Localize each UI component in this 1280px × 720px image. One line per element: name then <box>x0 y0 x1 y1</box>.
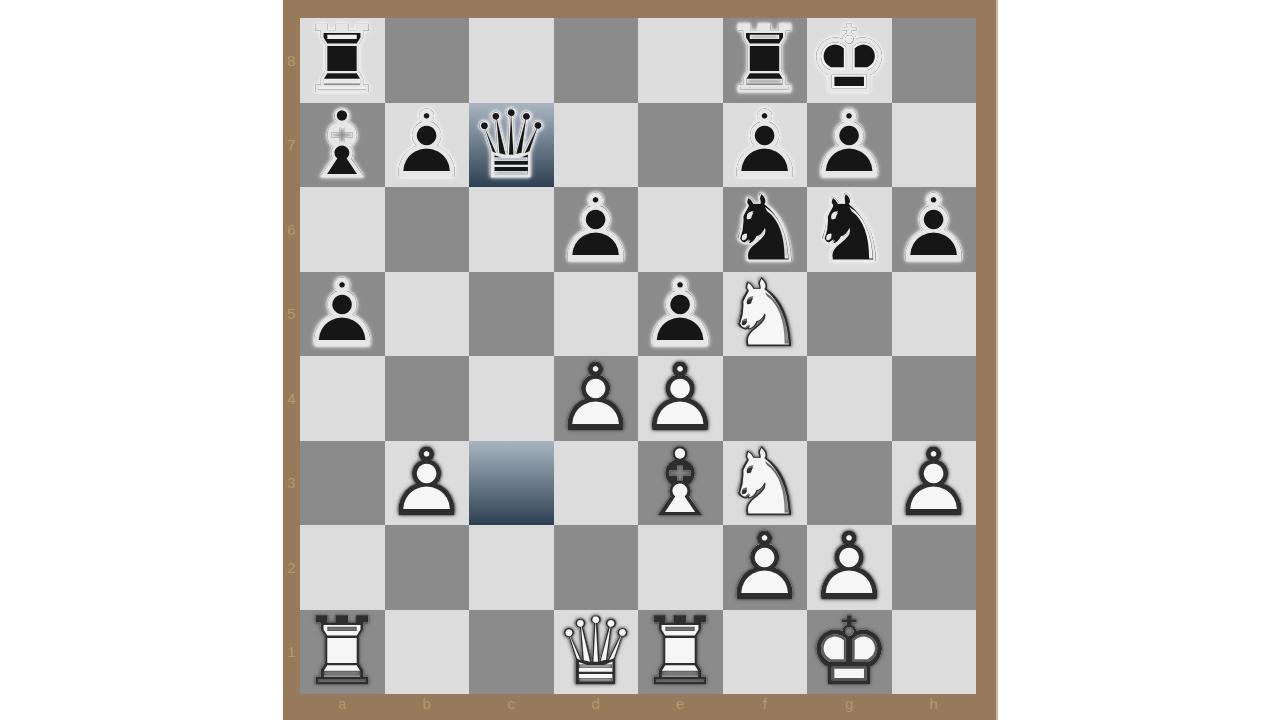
square-e4[interactable]: ♟♙ <box>638 356 723 441</box>
white-knight-detail: ♘ <box>723 441 808 526</box>
white-rook-detail: ♖ <box>300 610 385 695</box>
square-h4[interactable] <box>892 356 977 441</box>
rank-label-2: 2 <box>283 525 300 610</box>
square-c3[interactable] <box>469 441 554 526</box>
square-f4[interactable] <box>723 356 808 441</box>
square-f2[interactable]: ♟♙ <box>723 525 808 610</box>
black-king-g8[interactable]: ♚♔ <box>807 18 892 103</box>
white-pawn-glyph: ♟ <box>807 525 892 610</box>
square-c1[interactable] <box>469 610 554 695</box>
file-label-a: a <box>300 694 385 720</box>
square-b4[interactable] <box>385 356 470 441</box>
square-d8[interactable] <box>554 18 639 103</box>
black-pawn-h6[interactable]: ♟♙ <box>892 187 977 272</box>
black-pawn-detail: ♙ <box>723 103 808 188</box>
square-b6[interactable] <box>385 187 470 272</box>
rank-label-6: 6 <box>283 187 300 272</box>
black-pawn-glyph: ♟ <box>300 272 385 357</box>
square-b1[interactable] <box>385 610 470 695</box>
white-knight-glyph: ♞ <box>723 441 808 526</box>
black-pawn-glyph: ♟ <box>807 103 892 188</box>
rank-label-1: 1 <box>283 610 300 695</box>
square-f7[interactable]: ♟♙ <box>723 103 808 188</box>
square-e8[interactable] <box>638 18 723 103</box>
square-h5[interactable] <box>892 272 977 357</box>
square-c4[interactable] <box>469 356 554 441</box>
square-h1[interactable] <box>892 610 977 695</box>
white-knight-glyph: ♞ <box>723 272 808 357</box>
square-d6[interactable]: ♟♙ <box>554 187 639 272</box>
white-pawn-g2[interactable]: ♟♙ <box>807 525 892 610</box>
square-h6[interactable]: ♟♙ <box>892 187 977 272</box>
black-pawn-detail: ♙ <box>554 187 639 272</box>
square-d1[interactable]: ♛♕ <box>554 610 639 695</box>
square-a8[interactable]: ♜♖ <box>300 18 385 103</box>
black-pawn-f7[interactable]: ♟♙ <box>723 103 808 188</box>
black-knight-detail: ♘ <box>723 187 808 272</box>
square-b8[interactable] <box>385 18 470 103</box>
black-pawn-detail: ♙ <box>385 103 470 188</box>
white-bishop-glyph: ♝ <box>638 441 723 526</box>
file-label-e: e <box>638 694 723 720</box>
white-knight-f5[interactable]: ♞♘ <box>723 272 808 357</box>
square-e2[interactable] <box>638 525 723 610</box>
black-rook-detail: ♖ <box>300 18 385 103</box>
black-rook-glyph: ♜ <box>723 18 808 103</box>
white-king-detail: ♔ <box>807 610 892 695</box>
square-f8[interactable]: ♜♖ <box>723 18 808 103</box>
white-pawn-detail: ♙ <box>638 356 723 441</box>
black-pawn-detail: ♙ <box>638 272 723 357</box>
white-queen-d1[interactable]: ♛♕ <box>554 610 639 695</box>
square-a6[interactable] <box>300 187 385 272</box>
square-a3[interactable] <box>300 441 385 526</box>
white-bishop-detail: ♗ <box>638 441 723 526</box>
square-f5[interactable]: ♞♘ <box>723 272 808 357</box>
square-h3[interactable]: ♟♙ <box>892 441 977 526</box>
white-king-g1[interactable]: ♚♔ <box>807 610 892 695</box>
square-f1[interactable] <box>723 610 808 695</box>
file-label-f: f <box>723 694 808 720</box>
black-queen-glyph: ♛ <box>469 103 554 188</box>
white-rook-glyph: ♜ <box>300 610 385 695</box>
black-pawn-detail: ♙ <box>300 272 385 357</box>
square-e6[interactable] <box>638 187 723 272</box>
rank-label-5: 5 <box>283 272 300 357</box>
white-knight-f3[interactable]: ♞♘ <box>723 441 808 526</box>
square-g2[interactable]: ♟♙ <box>807 525 892 610</box>
black-bishop-a7[interactable]: ♝♗ <box>300 103 385 188</box>
square-a4[interactable] <box>300 356 385 441</box>
rank-label-8: 8 <box>283 18 300 103</box>
square-d2[interactable] <box>554 525 639 610</box>
white-rook-e1[interactable]: ♜♖ <box>638 610 723 695</box>
black-pawn-glyph: ♟ <box>723 103 808 188</box>
white-pawn-detail: ♙ <box>554 356 639 441</box>
square-a2[interactable] <box>300 525 385 610</box>
black-pawn-a5[interactable]: ♟♙ <box>300 272 385 357</box>
black-pawn-g7[interactable]: ♟♙ <box>807 103 892 188</box>
file-label-c: c <box>469 694 554 720</box>
white-pawn-glyph: ♟ <box>554 356 639 441</box>
square-b2[interactable] <box>385 525 470 610</box>
black-pawn-d6[interactable]: ♟♙ <box>554 187 639 272</box>
square-d7[interactable] <box>554 103 639 188</box>
black-knight-glyph: ♞ <box>807 187 892 272</box>
square-h2[interactable] <box>892 525 977 610</box>
white-king-glyph: ♚ <box>807 610 892 695</box>
black-pawn-glyph: ♟ <box>638 272 723 357</box>
square-b3[interactable]: ♟♙ <box>385 441 470 526</box>
black-knight-f6[interactable]: ♞♘ <box>723 187 808 272</box>
square-g7[interactable]: ♟♙ <box>807 103 892 188</box>
square-g3[interactable] <box>807 441 892 526</box>
square-g8[interactable]: ♚♔ <box>807 18 892 103</box>
square-d5[interactable] <box>554 272 639 357</box>
square-g1[interactable]: ♚♔ <box>807 610 892 695</box>
white-pawn-glyph: ♟ <box>638 356 723 441</box>
white-queen-glyph: ♛ <box>554 610 639 695</box>
square-b7[interactable]: ♟♙ <box>385 103 470 188</box>
black-rook-glyph: ♜ <box>300 18 385 103</box>
white-pawn-h3[interactable]: ♟♙ <box>892 441 977 526</box>
file-label-d: d <box>554 694 639 720</box>
square-f6[interactable]: ♞♘ <box>723 187 808 272</box>
white-pawn-glyph: ♟ <box>723 525 808 610</box>
square-g6[interactable]: ♞♘ <box>807 187 892 272</box>
rank-label-3: 3 <box>283 441 300 526</box>
square-c8[interactable] <box>469 18 554 103</box>
black-rook-a8[interactable]: ♜♖ <box>300 18 385 103</box>
white-pawn-detail: ♙ <box>892 441 977 526</box>
square-e7[interactable] <box>638 103 723 188</box>
black-pawn-detail: ♙ <box>807 103 892 188</box>
black-rook-detail: ♖ <box>723 18 808 103</box>
rank-label-7: 7 <box>283 103 300 188</box>
white-pawn-detail: ♙ <box>807 525 892 610</box>
black-pawn-glyph: ♟ <box>554 187 639 272</box>
square-e3[interactable]: ♝♗ <box>638 441 723 526</box>
white-pawn-d4[interactable]: ♟♙ <box>554 356 639 441</box>
white-queen-detail: ♕ <box>554 610 639 695</box>
white-rook-glyph: ♜ <box>638 610 723 695</box>
square-h8[interactable] <box>892 18 977 103</box>
white-pawn-b3[interactable]: ♟♙ <box>385 441 470 526</box>
rank-label-4: 4 <box>283 356 300 441</box>
black-knight-detail: ♘ <box>807 187 892 272</box>
file-label-h: h <box>892 694 977 720</box>
black-pawn-glyph: ♟ <box>892 187 977 272</box>
file-label-g: g <box>807 694 892 720</box>
white-rook-detail: ♖ <box>638 610 723 695</box>
white-pawn-glyph: ♟ <box>892 441 977 526</box>
square-c7[interactable]: ♛♕ <box>469 103 554 188</box>
square-b5[interactable] <box>385 272 470 357</box>
black-queen-detail: ♕ <box>469 103 554 188</box>
chessboard-frame: ♜♖♜♖♚♔♝♗♟♙♛♕♟♙♟♙♟♙♞♘♞♘♟♙♟♙♟♙♞♘♟♙♟♙♟♙♝♗♞♘… <box>283 0 998 720</box>
square-e5[interactable]: ♟♙ <box>638 272 723 357</box>
black-knight-glyph: ♞ <box>723 187 808 272</box>
square-e1[interactable]: ♜♖ <box>638 610 723 695</box>
square-h7[interactable] <box>892 103 977 188</box>
square-f3[interactable]: ♞♘ <box>723 441 808 526</box>
square-c6[interactable] <box>469 187 554 272</box>
white-knight-detail: ♘ <box>723 272 808 357</box>
rank-labels: 87654321 <box>283 18 300 694</box>
square-a5[interactable]: ♟♙ <box>300 272 385 357</box>
black-pawn-detail: ♙ <box>892 187 977 272</box>
square-g5[interactable] <box>807 272 892 357</box>
file-label-b: b <box>385 694 470 720</box>
white-pawn-f2[interactable]: ♟♙ <box>723 525 808 610</box>
white-pawn-e4[interactable]: ♟♙ <box>638 356 723 441</box>
square-a7[interactable]: ♝♗ <box>300 103 385 188</box>
black-king-detail: ♔ <box>807 18 892 103</box>
square-d3[interactable] <box>554 441 639 526</box>
white-pawn-glyph: ♟ <box>385 441 470 526</box>
black-pawn-glyph: ♟ <box>385 103 470 188</box>
square-g4[interactable] <box>807 356 892 441</box>
black-rook-f8[interactable]: ♜♖ <box>723 18 808 103</box>
black-bishop-glyph: ♝ <box>300 103 385 188</box>
square-d4[interactable]: ♟♙ <box>554 356 639 441</box>
black-knight-g6[interactable]: ♞♘ <box>807 187 892 272</box>
square-a1[interactable]: ♜♖ <box>300 610 385 695</box>
black-bishop-detail: ♗ <box>300 103 385 188</box>
white-bishop-e3[interactable]: ♝♗ <box>638 441 723 526</box>
black-pawn-b7[interactable]: ♟♙ <box>385 103 470 188</box>
white-pawn-detail: ♙ <box>723 525 808 610</box>
black-pawn-e5[interactable]: ♟♙ <box>638 272 723 357</box>
black-queen-c7[interactable]: ♛♕ <box>469 103 554 188</box>
chessboard: ♜♖♜♖♚♔♝♗♟♙♛♕♟♙♟♙♟♙♞♘♞♘♟♙♟♙♟♙♞♘♟♙♟♙♟♙♝♗♞♘… <box>300 18 976 694</box>
white-pawn-detail: ♙ <box>385 441 470 526</box>
square-c2[interactable] <box>469 525 554 610</box>
black-king-glyph: ♚ <box>807 18 892 103</box>
white-rook-a1[interactable]: ♜♖ <box>300 610 385 695</box>
file-labels: abcdefgh <box>300 694 976 720</box>
square-c5[interactable] <box>469 272 554 357</box>
